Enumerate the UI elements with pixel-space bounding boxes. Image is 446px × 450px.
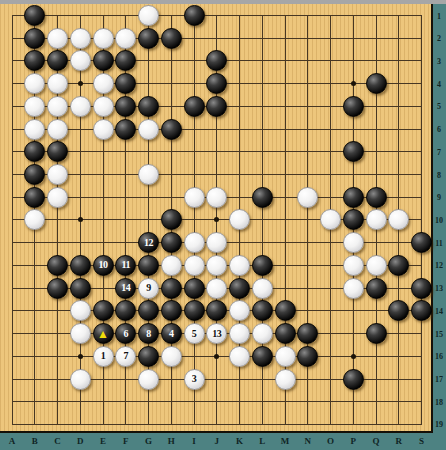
- right-coordinate-label: 13: [435, 284, 443, 293]
- move-number-label: 6: [124, 329, 129, 339]
- black-stone[interactable]: [206, 96, 227, 117]
- black-stone[interactable]: [93, 50, 114, 71]
- black-stone[interactable]: [184, 96, 205, 117]
- white-stone[interactable]: [47, 164, 68, 185]
- white-stone[interactable]: [343, 278, 364, 299]
- bottom-coordinate-label: N: [305, 436, 312, 446]
- right-coordinate-label: 12: [435, 261, 443, 270]
- white-stone[interactable]: [70, 96, 91, 117]
- black-stone[interactable]: [138, 96, 159, 117]
- move-number-label: 1: [101, 351, 106, 361]
- move-number-label: 8: [146, 329, 151, 339]
- star-point: [78, 81, 83, 86]
- white-stone[interactable]: [275, 346, 296, 367]
- bottom-coordinate-label: E: [100, 436, 106, 446]
- bottom-coordinate-label: K: [236, 436, 243, 446]
- white-stone[interactable]: [229, 346, 250, 367]
- white-stone[interactable]: [252, 323, 273, 344]
- white-stone[interactable]: [24, 119, 45, 140]
- white-stone[interactable]: [184, 232, 205, 253]
- bottom-coordinate-label: O: [327, 436, 334, 446]
- black-stone[interactable]: 8: [138, 323, 159, 344]
- black-stone[interactable]: [343, 187, 364, 208]
- grid-line-horizontal: [12, 424, 423, 425]
- bottom-coordinate-label: H: [168, 436, 175, 446]
- black-stone[interactable]: [24, 187, 45, 208]
- move-number-label: 7: [124, 351, 129, 361]
- white-stone[interactable]: [47, 187, 68, 208]
- white-stone[interactable]: [161, 255, 182, 276]
- black-stone[interactable]: 14: [115, 278, 136, 299]
- move-number-label: 5: [192, 329, 197, 339]
- white-stone[interactable]: [138, 5, 159, 26]
- white-stone[interactable]: [70, 28, 91, 49]
- black-stone[interactable]: [70, 255, 91, 276]
- black-stone[interactable]: 11: [115, 255, 136, 276]
- move-number-label: 4: [169, 329, 174, 339]
- black-stone[interactable]: 4: [161, 323, 182, 344]
- bottom-coordinate-label: D: [77, 436, 84, 446]
- star-point: [78, 354, 83, 359]
- right-coordinate-label: 15: [435, 329, 443, 338]
- black-stone[interactable]: [366, 278, 387, 299]
- black-stone[interactable]: [138, 28, 159, 49]
- black-stone[interactable]: [275, 300, 296, 321]
- bottom-coordinate-label: R: [396, 436, 403, 446]
- move-number-label: 3: [192, 374, 197, 384]
- move-number-label: 14: [121, 283, 130, 293]
- move-number-label: 13: [212, 329, 221, 339]
- white-stone[interactable]: [275, 369, 296, 390]
- black-stone[interactable]: [184, 5, 205, 26]
- white-stone[interactable]: [343, 255, 364, 276]
- black-stone[interactable]: [93, 300, 114, 321]
- white-stone[interactable]: [93, 119, 114, 140]
- right-coordinate-label: 18: [435, 397, 443, 406]
- bottom-coordinate-label: F: [123, 436, 129, 446]
- right-coordinate-label: 11: [435, 238, 443, 247]
- white-stone[interactable]: [297, 187, 318, 208]
- right-coordinate-label: 9: [437, 193, 441, 202]
- white-stone[interactable]: [70, 300, 91, 321]
- right-coordinate-label: 14: [435, 306, 443, 315]
- black-stone[interactable]: [252, 300, 273, 321]
- white-stone[interactable]: [184, 255, 205, 276]
- black-stone[interactable]: [161, 119, 182, 140]
- white-stone[interactable]: [138, 369, 159, 390]
- black-stone[interactable]: 10: [93, 255, 114, 276]
- star-point: [351, 354, 356, 359]
- right-coordinate-label: 8: [437, 170, 441, 179]
- white-stone[interactable]: [366, 255, 387, 276]
- black-stone[interactable]: [275, 323, 296, 344]
- white-stone[interactable]: [138, 164, 159, 185]
- white-stone[interactable]: [93, 73, 114, 94]
- move-number-label: 9: [146, 283, 151, 293]
- black-stone[interactable]: [161, 232, 182, 253]
- move-number-label: 11: [122, 260, 130, 270]
- bottom-coordinate-label: J: [215, 436, 220, 446]
- black-stone[interactable]: [366, 73, 387, 94]
- white-stone[interactable]: 9: [138, 278, 159, 299]
- move-number-label: 10: [99, 260, 108, 270]
- white-stone[interactable]: [229, 255, 250, 276]
- bottom-coordinate-label: P: [351, 436, 357, 446]
- black-stone[interactable]: [343, 369, 364, 390]
- right-coordinate-label: 5: [437, 102, 441, 111]
- black-stone[interactable]: [252, 187, 273, 208]
- white-stone[interactable]: [206, 255, 227, 276]
- white-stone[interactable]: [184, 187, 205, 208]
- black-stone[interactable]: [411, 278, 432, 299]
- black-stone[interactable]: [161, 300, 182, 321]
- white-stone[interactable]: [70, 369, 91, 390]
- black-stone[interactable]: [184, 278, 205, 299]
- black-stone[interactable]: [161, 28, 182, 49]
- black-stone[interactable]: [70, 278, 91, 299]
- bottom-coordinate-label: Q: [372, 436, 379, 446]
- black-stone[interactable]: [343, 141, 364, 162]
- black-stone[interactable]: [47, 278, 68, 299]
- move-number-label: 12: [144, 238, 153, 248]
- white-stone[interactable]: [24, 96, 45, 117]
- black-stone[interactable]: [138, 346, 159, 367]
- black-stone[interactable]: [138, 255, 159, 276]
- black-stone[interactable]: [252, 255, 273, 276]
- right-coordinate-label: 6: [437, 125, 441, 134]
- white-stone[interactable]: [115, 28, 136, 49]
- black-stone[interactable]: [388, 255, 409, 276]
- white-stone[interactable]: [161, 346, 182, 367]
- white-stone[interactable]: [206, 278, 227, 299]
- white-stone[interactable]: 1: [93, 346, 114, 367]
- black-stone[interactable]: [47, 255, 68, 276]
- white-stone[interactable]: [93, 96, 114, 117]
- right-coordinate-label: 3: [437, 56, 441, 65]
- black-stone[interactable]: [297, 346, 318, 367]
- go-board-app: 121011149▲684513173ABCDEFGHIJKLMNOPQRS12…: [0, 0, 446, 450]
- right-coordinate-label: 7: [437, 147, 441, 156]
- right-coordinate-label: 10: [435, 215, 443, 224]
- bottom-coordinate-label: G: [145, 436, 152, 446]
- bottom-coordinate-label: A: [9, 436, 16, 446]
- right-coordinate-label: 16: [435, 352, 443, 361]
- right-coordinate-label: 17: [435, 375, 443, 384]
- black-stone[interactable]: [343, 96, 364, 117]
- white-stone[interactable]: 3: [184, 369, 205, 390]
- white-stone[interactable]: [93, 28, 114, 49]
- white-stone[interactable]: [47, 28, 68, 49]
- black-stone[interactable]: [161, 278, 182, 299]
- star-point: [351, 81, 356, 86]
- bottom-coordinate-label: S: [419, 436, 424, 446]
- bottom-coordinate-label: L: [259, 436, 265, 446]
- black-stone[interactable]: [115, 119, 136, 140]
- white-stone[interactable]: [343, 232, 364, 253]
- white-stone[interactable]: [229, 323, 250, 344]
- white-stone[interactable]: [138, 119, 159, 140]
- black-stone[interactable]: [115, 96, 136, 117]
- black-stone[interactable]: [366, 323, 387, 344]
- black-stone[interactable]: [184, 300, 205, 321]
- white-stone[interactable]: [366, 209, 387, 230]
- white-stone[interactable]: [47, 73, 68, 94]
- right-coordinate-label: 1: [437, 11, 441, 20]
- triangle-marker: ▲: [97, 328, 109, 340]
- black-stone[interactable]: [24, 28, 45, 49]
- white-stone[interactable]: 7: [115, 346, 136, 367]
- grid-line-horizontal: [12, 401, 423, 402]
- white-stone[interactable]: [206, 187, 227, 208]
- black-stone[interactable]: [252, 346, 273, 367]
- right-coordinate-label: 4: [437, 79, 441, 88]
- bottom-coordinate-label: B: [32, 436, 38, 446]
- black-stone[interactable]: [366, 187, 387, 208]
- white-stone[interactable]: [70, 323, 91, 344]
- right-coordinate-label: 2: [437, 34, 441, 43]
- white-stone[interactable]: 5: [184, 323, 205, 344]
- white-stone[interactable]: [252, 278, 273, 299]
- black-stone[interactable]: [229, 278, 250, 299]
- white-stone[interactable]: [47, 119, 68, 140]
- black-stone[interactable]: ▲: [93, 323, 114, 344]
- grid-line-vertical: [421, 15, 422, 425]
- bottom-coordinate-label: C: [54, 436, 61, 446]
- bottom-coordinate-label: I: [192, 436, 196, 446]
- bottom-coordinate-label: M: [281, 436, 290, 446]
- white-stone[interactable]: [47, 96, 68, 117]
- right-coordinate-label: 19: [435, 420, 443, 429]
